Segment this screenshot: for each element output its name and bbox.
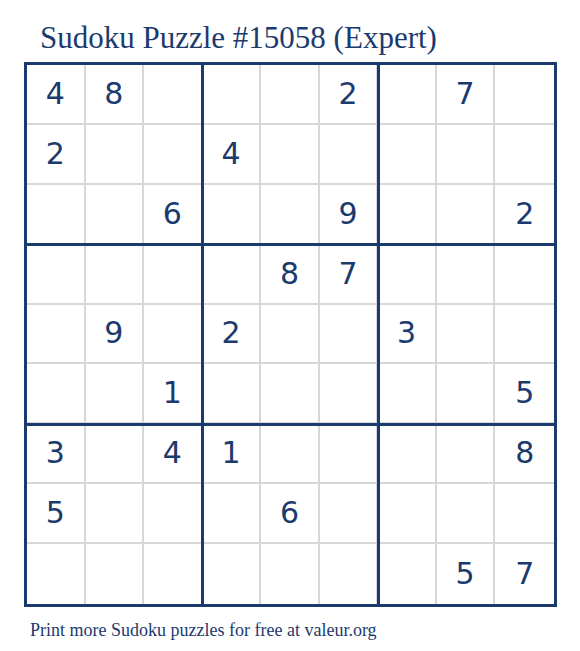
cell-r9c5 [261,544,320,604]
cell-r9c6 [320,544,379,604]
cell-r6c1 [27,364,86,424]
cell-r5c7: 3 [378,305,437,365]
sudoku-grid: 482724692879231534185657 [27,65,554,604]
cell-r8c9 [495,484,554,544]
cell-r6c5 [261,364,320,424]
cell-r4c2 [86,245,145,305]
cell-r6c7 [378,364,437,424]
cell-r2c4: 4 [203,125,262,185]
cell-r7c4: 1 [203,424,262,484]
cell-r1c9 [495,65,554,125]
cell-r2c2 [86,125,145,185]
cell-r2c9 [495,125,554,185]
cell-r6c2 [86,364,145,424]
cell-r4c3 [144,245,203,305]
sudoku-page: Sudoku Puzzle #15058 (Expert) 4827246928… [0,0,580,651]
cell-r3c8 [437,185,496,245]
cell-r1c8: 7 [437,65,496,125]
cell-r9c4 [203,544,262,604]
cell-r6c8 [437,364,496,424]
footer-text: Print more Sudoku puzzles for free at va… [30,620,377,641]
box-separator-vertical-2 [377,65,380,604]
cell-r5c1 [27,305,86,365]
cell-r1c7 [378,65,437,125]
box-separator-horizontal-2 [27,423,554,426]
cell-r3c7 [378,185,437,245]
cell-r4c6: 7 [320,245,379,305]
sudoku-board: 482724692879231534185657 [24,62,557,607]
cell-r5c6 [320,305,379,365]
cell-r7c6 [320,424,379,484]
cell-r4c7 [378,245,437,305]
cell-r3c2 [86,185,145,245]
page-title: Sudoku Puzzle #15058 (Expert) [40,20,437,56]
cell-r3c4 [203,185,262,245]
cell-r9c3 [144,544,203,604]
cell-r2c8 [437,125,496,185]
cell-r7c9: 8 [495,424,554,484]
cell-r5c9 [495,305,554,365]
cell-r8c3 [144,484,203,544]
cell-r6c9: 5 [495,364,554,424]
cell-r5c4: 2 [203,305,262,365]
cell-r4c8 [437,245,496,305]
cell-r2c3 [144,125,203,185]
cell-r8c1: 5 [27,484,86,544]
cell-r5c8 [437,305,496,365]
cell-r3c1 [27,185,86,245]
cell-r4c9 [495,245,554,305]
cell-r4c1 [27,245,86,305]
cell-r8c8 [437,484,496,544]
cell-r9c1 [27,544,86,604]
cell-r5c3 [144,305,203,365]
cell-r2c1: 2 [27,125,86,185]
cell-r3c5 [261,185,320,245]
cell-r8c5: 6 [261,484,320,544]
cell-r2c6 [320,125,379,185]
cell-r1c2: 8 [86,65,145,125]
cell-r8c2 [86,484,145,544]
cell-r8c4 [203,484,262,544]
cell-r9c9: 7 [495,544,554,604]
cell-r9c8: 5 [437,544,496,604]
cell-r7c5 [261,424,320,484]
cell-r4c5: 8 [261,245,320,305]
cell-r3c6: 9 [320,185,379,245]
cell-r8c6 [320,484,379,544]
box-separator-horizontal-1 [27,243,554,246]
cell-r1c3 [144,65,203,125]
cell-r4c4 [203,245,262,305]
cell-r9c2 [86,544,145,604]
cell-r7c2 [86,424,145,484]
cell-r5c2: 9 [86,305,145,365]
cell-r5c5 [261,305,320,365]
cell-r1c6: 2 [320,65,379,125]
cell-r3c3: 6 [144,185,203,245]
cell-r9c7 [378,544,437,604]
cell-r6c3: 1 [144,364,203,424]
cell-r1c5 [261,65,320,125]
cell-r1c4 [203,65,262,125]
cell-r2c7 [378,125,437,185]
cell-r6c4 [203,364,262,424]
cell-r7c3: 4 [144,424,203,484]
cell-r1c1: 4 [27,65,86,125]
cell-r7c7 [378,424,437,484]
cell-r8c7 [378,484,437,544]
cell-r7c8 [437,424,496,484]
cell-r6c6 [320,364,379,424]
cell-r7c1: 3 [27,424,86,484]
box-separator-vertical-1 [201,65,204,604]
cell-r3c9: 2 [495,185,554,245]
cell-r2c5 [261,125,320,185]
